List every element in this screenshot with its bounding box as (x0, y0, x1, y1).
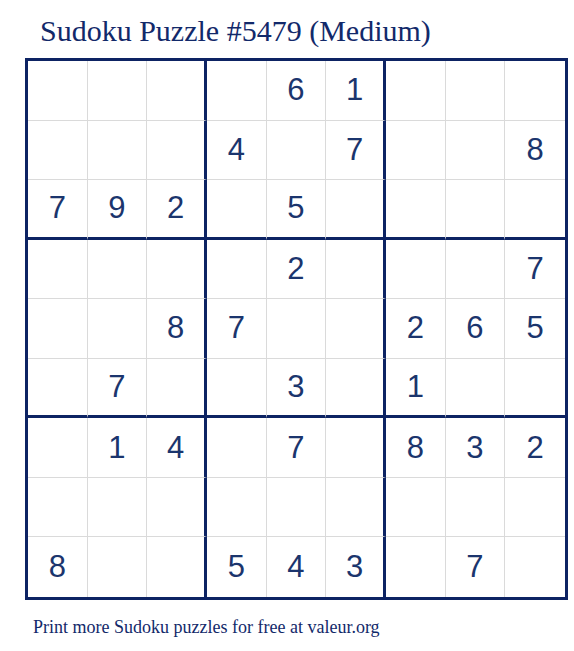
cell-r6c6 (326, 359, 386, 419)
cell-r2c1 (28, 121, 88, 181)
cell-r7c5: 7 (267, 418, 327, 478)
cell-r7c6 (326, 418, 386, 478)
cell-r4c1 (28, 240, 88, 300)
cell-r8c7 (386, 478, 446, 538)
cell-r5c5 (267, 299, 327, 359)
cell-r6c3 (147, 359, 207, 419)
cell-r1c2 (88, 61, 148, 121)
cell-r4c4 (207, 240, 267, 300)
cell-r2c9: 8 (505, 121, 565, 181)
cell-r8c2 (88, 478, 148, 538)
cell-r4c7 (386, 240, 446, 300)
cell-r6c5: 3 (267, 359, 327, 419)
cell-r6c2: 7 (88, 359, 148, 419)
cell-r3c5: 5 (267, 180, 327, 240)
cell-r7c2: 1 (88, 418, 148, 478)
cell-r8c9 (505, 478, 565, 538)
sudoku-board: 614787925278726573114783285437 (25, 58, 568, 600)
cell-r3c2: 9 (88, 180, 148, 240)
cell-r2c4: 4 (207, 121, 267, 181)
cell-r9c8: 7 (446, 537, 506, 597)
cell-r8c5 (267, 478, 327, 538)
cell-r3c9 (505, 180, 565, 240)
cell-r4c5: 2 (267, 240, 327, 300)
cell-r1c9 (505, 61, 565, 121)
cell-r1c7 (386, 61, 446, 121)
cell-r4c6 (326, 240, 386, 300)
cell-r4c3 (147, 240, 207, 300)
cell-r9c1: 8 (28, 537, 88, 597)
cell-r9c9 (505, 537, 565, 597)
cell-r9c3 (147, 537, 207, 597)
cell-r5c2 (88, 299, 148, 359)
cell-r8c1 (28, 478, 88, 538)
cell-r5c4: 7 (207, 299, 267, 359)
cell-r7c1 (28, 418, 88, 478)
page: Sudoku Puzzle #5479 (Medium) 61478792527… (0, 0, 574, 651)
cell-r3c4 (207, 180, 267, 240)
cell-r4c2 (88, 240, 148, 300)
cell-r2c3 (147, 121, 207, 181)
cell-r1c5: 6 (267, 61, 327, 121)
page-title: Sudoku Puzzle #5479 (Medium) (40, 13, 431, 49)
cell-r1c3 (147, 61, 207, 121)
footer-text: Print more Sudoku puzzles for free at va… (33, 615, 380, 639)
cell-r4c9: 7 (505, 240, 565, 300)
cell-r5c1 (28, 299, 88, 359)
cell-r7c3: 4 (147, 418, 207, 478)
cell-r6c7: 1 (386, 359, 446, 419)
cell-r6c9 (505, 359, 565, 419)
cell-r1c8 (446, 61, 506, 121)
cell-r5c3: 8 (147, 299, 207, 359)
cell-r3c1: 7 (28, 180, 88, 240)
cell-r4c8 (446, 240, 506, 300)
cell-r2c5 (267, 121, 327, 181)
cell-r2c7 (386, 121, 446, 181)
cell-r5c7: 2 (386, 299, 446, 359)
cell-r9c6: 3 (326, 537, 386, 597)
cell-r1c4 (207, 61, 267, 121)
cell-r2c2 (88, 121, 148, 181)
cell-r8c3 (147, 478, 207, 538)
cell-r1c6: 1 (326, 61, 386, 121)
cell-r6c8 (446, 359, 506, 419)
cell-r1c1 (28, 61, 88, 121)
cell-r9c2 (88, 537, 148, 597)
cell-r3c6 (326, 180, 386, 240)
cell-r5c9: 5 (505, 299, 565, 359)
cell-r9c7 (386, 537, 446, 597)
cell-r8c8 (446, 478, 506, 538)
cell-r7c4 (207, 418, 267, 478)
cell-r3c8 (446, 180, 506, 240)
cell-r6c1 (28, 359, 88, 419)
cell-r7c8: 3 (446, 418, 506, 478)
cell-r9c4: 5 (207, 537, 267, 597)
cell-r9c5: 4 (267, 537, 327, 597)
cell-r7c7: 8 (386, 418, 446, 478)
cell-r5c6 (326, 299, 386, 359)
cell-r3c7 (386, 180, 446, 240)
cell-r2c8 (446, 121, 506, 181)
cell-r5c8: 6 (446, 299, 506, 359)
cell-r7c9: 2 (505, 418, 565, 478)
cell-r6c4 (207, 359, 267, 419)
cell-r8c6 (326, 478, 386, 538)
cell-r8c4 (207, 478, 267, 538)
cell-r3c3: 2 (147, 180, 207, 240)
cell-r2c6: 7 (326, 121, 386, 181)
